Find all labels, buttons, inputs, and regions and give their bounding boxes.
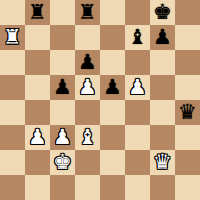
piece-white-bishop: ♝ [78,125,97,150]
square-a8[interactable] [0,0,25,25]
piece-black-rook: ♜ [78,0,97,25]
square-e8[interactable] [100,0,125,25]
chess-board: ♜♜♚♜♝♟♟♟♟♟♟♛♟♟♝♚♛ [0,0,200,200]
square-c4[interactable] [50,100,75,125]
square-b6[interactable] [25,50,50,75]
piece-white-queen: ♛ [153,150,172,175]
square-f7[interactable]: ♝ [125,25,150,50]
square-e6[interactable] [100,50,125,75]
square-b4[interactable] [25,100,50,125]
square-e7[interactable] [100,25,125,50]
square-f4[interactable] [125,100,150,125]
square-h2[interactable] [175,150,200,175]
square-d4[interactable] [75,100,100,125]
square-b8[interactable]: ♜ [25,0,50,25]
square-b2[interactable] [25,150,50,175]
square-h8[interactable] [175,0,200,25]
square-c7[interactable] [50,25,75,50]
square-h3[interactable] [175,125,200,150]
piece-white-king: ♚ [53,150,72,175]
square-f2[interactable] [125,150,150,175]
square-h6[interactable] [175,50,200,75]
piece-white-rook: ♜ [3,25,22,50]
piece-black-pawn: ♟ [153,25,172,50]
square-f1[interactable] [125,175,150,200]
piece-white-pawn: ♟ [128,75,147,100]
square-g5[interactable] [150,75,175,100]
square-d7[interactable] [75,25,100,50]
square-b7[interactable] [25,25,50,50]
square-c8[interactable] [50,0,75,25]
square-g4[interactable] [150,100,175,125]
square-c1[interactable] [50,175,75,200]
square-h1[interactable] [175,175,200,200]
square-d8[interactable]: ♜ [75,0,100,25]
piece-white-pawn: ♟ [28,125,47,150]
square-a4[interactable] [0,100,25,125]
square-d5[interactable]: ♟ [75,75,100,100]
square-b1[interactable] [25,175,50,200]
square-c6[interactable] [50,50,75,75]
square-g1[interactable] [150,175,175,200]
piece-white-pawn: ♟ [53,125,72,150]
square-c2[interactable]: ♚ [50,150,75,175]
piece-black-pawn: ♟ [53,75,72,100]
square-a5[interactable] [0,75,25,100]
square-h7[interactable] [175,25,200,50]
square-f6[interactable] [125,50,150,75]
square-d2[interactable] [75,150,100,175]
square-a6[interactable] [0,50,25,75]
square-f3[interactable] [125,125,150,150]
piece-black-pawn: ♟ [78,50,97,75]
square-c3[interactable]: ♟ [50,125,75,150]
piece-black-bishop: ♝ [128,25,147,50]
square-d1[interactable] [75,175,100,200]
square-a7[interactable]: ♜ [0,25,25,50]
square-a2[interactable] [0,150,25,175]
square-c5[interactable]: ♟ [50,75,75,100]
piece-black-queen: ♛ [178,100,197,125]
square-e3[interactable] [100,125,125,150]
square-a1[interactable] [0,175,25,200]
square-e5[interactable]: ♟ [100,75,125,100]
square-a3[interactable] [0,125,25,150]
square-d6[interactable]: ♟ [75,50,100,75]
square-g7[interactable]: ♟ [150,25,175,50]
square-b5[interactable] [25,75,50,100]
piece-black-pawn: ♟ [103,75,122,100]
square-g2[interactable]: ♛ [150,150,175,175]
square-f8[interactable] [125,0,150,25]
square-e4[interactable] [100,100,125,125]
piece-white-pawn: ♟ [78,75,97,100]
square-e1[interactable] [100,175,125,200]
square-g8[interactable]: ♚ [150,0,175,25]
square-h4[interactable]: ♛ [175,100,200,125]
piece-black-rook: ♜ [28,0,47,25]
square-g3[interactable] [150,125,175,150]
square-h5[interactable] [175,75,200,100]
piece-black-king: ♚ [153,0,172,25]
square-d3[interactable]: ♝ [75,125,100,150]
square-e2[interactable] [100,150,125,175]
square-b3[interactable]: ♟ [25,125,50,150]
square-g6[interactable] [150,50,175,75]
square-f5[interactable]: ♟ [125,75,150,100]
